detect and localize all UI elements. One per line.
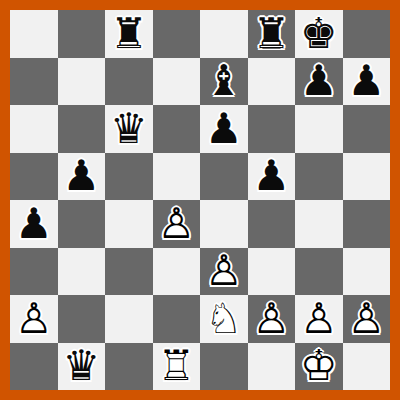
square-d7[interactable] (153, 58, 201, 106)
square-g5[interactable] (295, 153, 343, 201)
square-e8[interactable] (200, 10, 248, 58)
square-a2[interactable]: ♟♙ (10, 295, 58, 343)
black-pawn[interactable]: ♟ (343, 58, 390, 105)
white-rook[interactable]: ♜♖ (153, 343, 200, 390)
black-pawn-glyph: ♟ (248, 153, 295, 200)
square-e1[interactable] (200, 343, 248, 391)
square-a1[interactable] (10, 343, 58, 391)
square-d8[interactable] (153, 10, 201, 58)
square-e7[interactable]: ♝ (200, 58, 248, 106)
square-g6[interactable] (295, 105, 343, 153)
square-b1[interactable]: ♛ (58, 343, 106, 391)
square-a4[interactable]: ♟ (10, 200, 58, 248)
square-h6[interactable] (343, 105, 391, 153)
square-g7[interactable]: ♟ (295, 58, 343, 106)
square-g1[interactable]: ♚♔ (295, 343, 343, 391)
black-queen-glyph: ♛ (105, 105, 152, 152)
black-bishop[interactable]: ♝ (200, 58, 247, 105)
square-b8[interactable] (58, 10, 106, 58)
black-rook[interactable]: ♜ (248, 10, 295, 57)
square-a3[interactable] (10, 248, 58, 296)
square-d3[interactable] (153, 248, 201, 296)
square-c5[interactable] (105, 153, 153, 201)
square-g4[interactable] (295, 200, 343, 248)
square-c1[interactable] (105, 343, 153, 391)
square-e4[interactable] (200, 200, 248, 248)
square-b4[interactable] (58, 200, 106, 248)
white-pawn-glyph: ♙ (343, 295, 390, 342)
square-f8[interactable]: ♜ (248, 10, 296, 58)
square-b3[interactable] (58, 248, 106, 296)
square-d6[interactable] (153, 105, 201, 153)
black-pawn[interactable]: ♟ (200, 105, 247, 152)
square-b6[interactable] (58, 105, 106, 153)
square-b2[interactable] (58, 295, 106, 343)
square-b7[interactable] (58, 58, 106, 106)
black-king-glyph: ♚ (295, 10, 342, 57)
square-g2[interactable]: ♟♙ (295, 295, 343, 343)
black-rook-glyph: ♜ (248, 10, 295, 57)
square-f1[interactable] (248, 343, 296, 391)
white-pawn[interactable]: ♟♙ (10, 295, 57, 342)
square-c3[interactable] (105, 248, 153, 296)
square-d1[interactable]: ♜♖ (153, 343, 201, 391)
black-pawn-glyph: ♟ (295, 58, 342, 105)
square-c7[interactable] (105, 58, 153, 106)
square-d2[interactable] (153, 295, 201, 343)
black-rook-glyph: ♜ (105, 10, 152, 57)
square-h7[interactable]: ♟ (343, 58, 391, 106)
square-c4[interactable] (105, 200, 153, 248)
square-f4[interactable] (248, 200, 296, 248)
square-c2[interactable] (105, 295, 153, 343)
black-pawn-glyph: ♟ (343, 58, 390, 105)
black-king[interactable]: ♚ (295, 10, 342, 57)
chess-board: ♜♜♚♝♟♟♛♟♟♟♟♟♙♟♙♟♙♞♘♟♙♟♙♟♙♛♜♖♚♔ (10, 10, 390, 390)
square-e3[interactable]: ♟♙ (200, 248, 248, 296)
square-f6[interactable] (248, 105, 296, 153)
white-pawn[interactable]: ♟♙ (200, 248, 247, 295)
white-pawn-glyph: ♙ (295, 295, 342, 342)
white-knight-glyph: ♘ (200, 295, 247, 342)
square-c6[interactable]: ♛ (105, 105, 153, 153)
black-pawn[interactable]: ♟ (58, 153, 105, 200)
black-bishop-glyph: ♝ (200, 58, 247, 105)
square-e2[interactable]: ♞♘ (200, 295, 248, 343)
black-queen[interactable]: ♛ (58, 343, 105, 390)
square-h2[interactable]: ♟♙ (343, 295, 391, 343)
square-f7[interactable] (248, 58, 296, 106)
white-knight[interactable]: ♞♘ (200, 295, 247, 342)
black-pawn[interactable]: ♟ (295, 58, 342, 105)
white-king[interactable]: ♚♔ (295, 343, 342, 390)
square-h3[interactable] (343, 248, 391, 296)
white-pawn[interactable]: ♟♙ (343, 295, 390, 342)
square-e5[interactable] (200, 153, 248, 201)
white-king-glyph: ♔ (295, 343, 342, 390)
black-rook[interactable]: ♜ (105, 10, 152, 57)
square-a8[interactable] (10, 10, 58, 58)
square-a7[interactable] (10, 58, 58, 106)
black-pawn-glyph: ♟ (58, 153, 105, 200)
square-c8[interactable]: ♜ (105, 10, 153, 58)
black-pawn-glyph: ♟ (200, 105, 247, 152)
white-pawn-glyph: ♙ (200, 248, 247, 295)
black-pawn[interactable]: ♟ (248, 153, 295, 200)
black-queen-glyph: ♛ (58, 343, 105, 390)
white-pawn[interactable]: ♟♙ (248, 295, 295, 342)
white-pawn-glyph: ♙ (10, 295, 57, 342)
white-rook-glyph: ♖ (153, 343, 200, 390)
square-f5[interactable]: ♟ (248, 153, 296, 201)
square-e6[interactable]: ♟ (200, 105, 248, 153)
square-h8[interactable] (343, 10, 391, 58)
square-a6[interactable] (10, 105, 58, 153)
white-pawn[interactable]: ♟♙ (153, 200, 200, 247)
square-h4[interactable] (343, 200, 391, 248)
square-d5[interactable] (153, 153, 201, 201)
square-d4[interactable]: ♟♙ (153, 200, 201, 248)
black-pawn-glyph: ♟ (10, 200, 57, 247)
square-b5[interactable]: ♟ (58, 153, 106, 201)
white-pawn[interactable]: ♟♙ (295, 295, 342, 342)
square-g8[interactable]: ♚ (295, 10, 343, 58)
white-pawn-glyph: ♙ (153, 200, 200, 247)
square-h1[interactable] (343, 343, 391, 391)
square-h5[interactable] (343, 153, 391, 201)
square-g3[interactable] (295, 248, 343, 296)
square-a5[interactable] (10, 153, 58, 201)
board-frame: ♜♜♚♝♟♟♛♟♟♟♟♟♙♟♙♟♙♞♘♟♙♟♙♟♙♛♜♖♚♔ (0, 0, 400, 400)
square-f3[interactable] (248, 248, 296, 296)
white-pawn-glyph: ♙ (248, 295, 295, 342)
black-pawn[interactable]: ♟ (10, 200, 57, 247)
black-queen[interactable]: ♛ (105, 105, 152, 152)
square-f2[interactable]: ♟♙ (248, 295, 296, 343)
